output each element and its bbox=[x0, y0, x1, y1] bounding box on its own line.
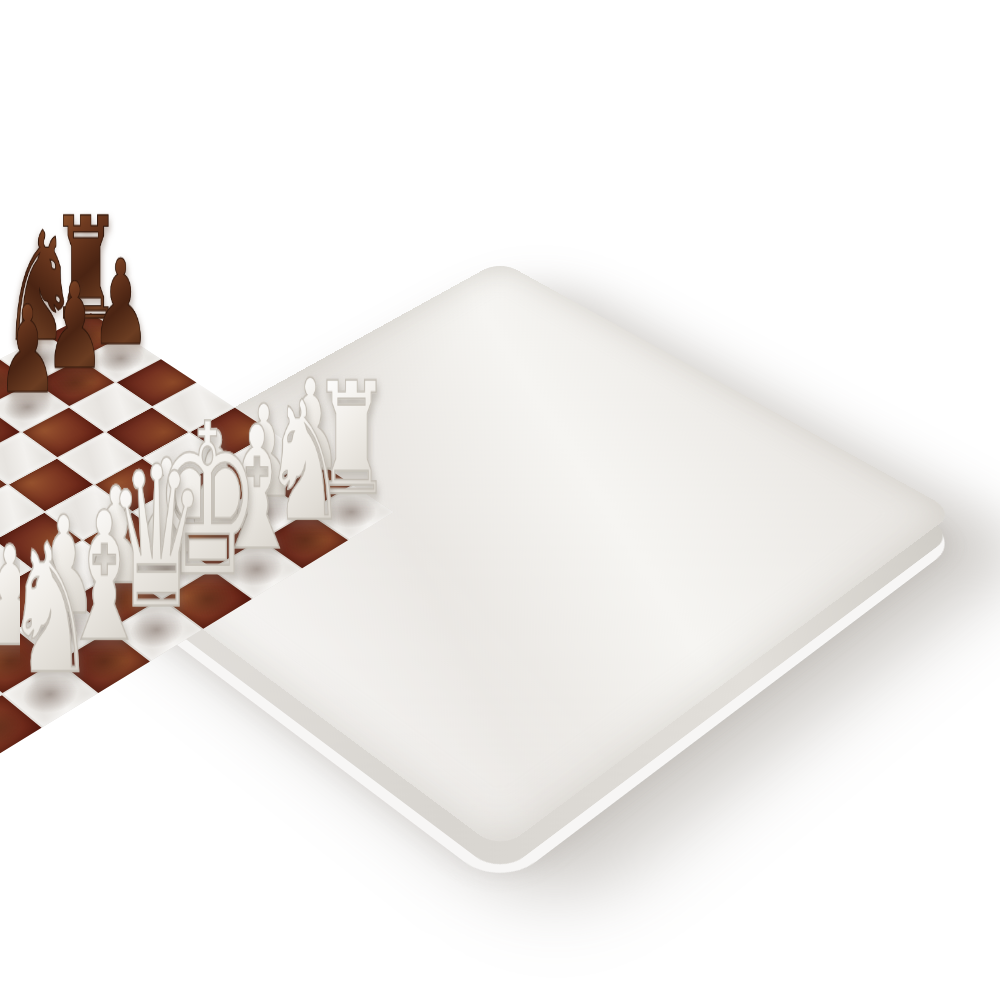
chess-board: ♜♞♝♛♚♝♞♜♟♟♟♟♟♟♟♟♟♟♟♟♟♟♟♟♜♞♝♛♚♝♞♜ bbox=[0, 313, 394, 761]
piece-white-rook-a1[interactable]: ♜ bbox=[0, 560, 53, 733]
chess-set-photo: ♜♞♝♛♚♝♞♜♟♟♟♟♟♟♟♟♟♟♟♟♟♟♟♟♜♞♝♛♚♝♞♜ bbox=[0, 0, 1000, 1000]
piece-brown-pawn-e7[interactable]: ♟ bbox=[0, 314, 30, 436]
square-a1[interactable]: ♜ bbox=[0, 695, 41, 761]
marble-slab: ♜♞♝♛♚♝♞♜♟♟♟♟♟♟♟♟♟♟♟♟♟♟♟♟♜♞♝♛♚♝♞♜ bbox=[45, 261, 956, 851]
